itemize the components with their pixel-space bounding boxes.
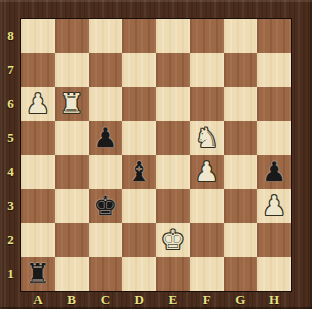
- square-f5[interactable]: ♞: [190, 121, 224, 155]
- square-b1[interactable]: [55, 257, 89, 291]
- rank-label-6: 6: [0, 87, 21, 121]
- black-pawn[interactable]: ♟: [93, 124, 117, 151]
- square-d4[interactable]: ♝: [122, 155, 156, 189]
- square-b2[interactable]: [55, 223, 89, 257]
- rank-label-7: 7: [0, 53, 21, 87]
- square-h6[interactable]: [257, 87, 291, 121]
- square-b3[interactable]: [55, 189, 89, 223]
- square-e7[interactable]: [156, 53, 190, 87]
- square-a1[interactable]: ♜: [21, 257, 55, 291]
- square-f8[interactable]: [190, 19, 224, 53]
- square-c7[interactable]: [89, 53, 123, 87]
- square-f7[interactable]: [190, 53, 224, 87]
- square-a7[interactable]: [21, 53, 55, 87]
- square-g6[interactable]: [224, 87, 258, 121]
- square-f4[interactable]: ♟: [190, 155, 224, 189]
- square-e5[interactable]: [156, 121, 190, 155]
- white-pawn[interactable]: ♟: [262, 192, 286, 219]
- square-g4[interactable]: [224, 155, 258, 189]
- square-f6[interactable]: [190, 87, 224, 121]
- chess-board[interactable]: ♟♜♟♞♝♟♟♚♟♚♜: [21, 19, 291, 291]
- square-h1[interactable]: [257, 257, 291, 291]
- square-d1[interactable]: [122, 257, 156, 291]
- white-pawn[interactable]: ♟: [26, 90, 50, 117]
- square-d7[interactable]: [122, 53, 156, 87]
- white-rook[interactable]: ♜: [60, 90, 84, 117]
- square-e2[interactable]: ♚: [156, 223, 190, 257]
- square-b7[interactable]: [55, 53, 89, 87]
- rank-label-3: 3: [0, 189, 21, 223]
- rank-label-8: 8: [0, 19, 21, 53]
- square-g2[interactable]: [224, 223, 258, 257]
- square-f3[interactable]: [190, 189, 224, 223]
- square-b6[interactable]: ♜: [55, 87, 89, 121]
- black-rook[interactable]: ♜: [26, 260, 50, 287]
- file-label-f: F: [190, 291, 224, 309]
- square-c6[interactable]: [89, 87, 123, 121]
- square-a2[interactable]: [21, 223, 55, 257]
- square-h4[interactable]: ♟: [257, 155, 291, 189]
- chess-board-frame: 87654321 ♟♜♟♞♝♟♟♚♟♚♜ ABCDEFGH: [0, 0, 312, 309]
- file-label-b: B: [55, 291, 89, 309]
- rank-label-5: 5: [0, 121, 21, 155]
- black-bishop[interactable]: ♝: [127, 158, 151, 185]
- file-label-e: E: [156, 291, 190, 309]
- square-e3[interactable]: [156, 189, 190, 223]
- white-knight[interactable]: ♞: [195, 124, 219, 151]
- square-a3[interactable]: [21, 189, 55, 223]
- black-pawn[interactable]: ♟: [262, 158, 286, 185]
- square-e6[interactable]: [156, 87, 190, 121]
- file-labels: ABCDEFGH: [21, 291, 291, 309]
- square-e8[interactable]: [156, 19, 190, 53]
- square-h3[interactable]: ♟: [257, 189, 291, 223]
- square-e4[interactable]: [156, 155, 190, 189]
- square-h2[interactable]: [257, 223, 291, 257]
- rank-labels: 87654321: [0, 19, 21, 291]
- square-d6[interactable]: [122, 87, 156, 121]
- square-g7[interactable]: [224, 53, 258, 87]
- square-b5[interactable]: [55, 121, 89, 155]
- square-b4[interactable]: [55, 155, 89, 189]
- square-g3[interactable]: [224, 189, 258, 223]
- square-a5[interactable]: [21, 121, 55, 155]
- file-label-h: H: [257, 291, 291, 309]
- square-a4[interactable]: [21, 155, 55, 189]
- square-c1[interactable]: [89, 257, 123, 291]
- white-king[interactable]: ♚: [161, 226, 185, 253]
- square-d3[interactable]: [122, 189, 156, 223]
- rank-label-4: 4: [0, 155, 21, 189]
- square-h5[interactable]: [257, 121, 291, 155]
- black-king[interactable]: ♚: [93, 192, 117, 219]
- white-pawn[interactable]: ♟: [195, 158, 219, 185]
- square-c5[interactable]: ♟: [89, 121, 123, 155]
- square-d5[interactable]: [122, 121, 156, 155]
- square-f1[interactable]: [190, 257, 224, 291]
- rank-label-2: 2: [0, 223, 21, 257]
- square-h7[interactable]: [257, 53, 291, 87]
- square-d8[interactable]: [122, 19, 156, 53]
- square-c4[interactable]: [89, 155, 123, 189]
- square-b8[interactable]: [55, 19, 89, 53]
- file-label-g: G: [224, 291, 258, 309]
- square-f2[interactable]: [190, 223, 224, 257]
- square-g1[interactable]: [224, 257, 258, 291]
- square-c2[interactable]: [89, 223, 123, 257]
- rank-label-1: 1: [0, 257, 21, 291]
- file-label-a: A: [21, 291, 55, 309]
- square-e1[interactable]: [156, 257, 190, 291]
- square-a8[interactable]: [21, 19, 55, 53]
- square-c3[interactable]: ♚: [89, 189, 123, 223]
- square-g8[interactable]: [224, 19, 258, 53]
- square-d2[interactable]: [122, 223, 156, 257]
- square-a6[interactable]: ♟: [21, 87, 55, 121]
- square-h8[interactable]: [257, 19, 291, 53]
- square-c8[interactable]: [89, 19, 123, 53]
- file-label-c: C: [89, 291, 123, 309]
- file-label-d: D: [122, 291, 156, 309]
- square-g5[interactable]: [224, 121, 258, 155]
